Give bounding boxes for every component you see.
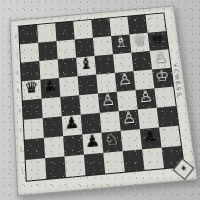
square-f3: ♙ — [119, 109, 140, 130]
square-c1 — [65, 155, 86, 177]
square-g8 — [127, 15, 147, 34]
square-c7 — [56, 39, 76, 59]
square-a5: ♛ — [22, 80, 42, 101]
square-g2: ♟ — [140, 127, 162, 149]
piece-black-pawn-g2: ♟ — [140, 128, 161, 146]
square-e5 — [96, 73, 117, 94]
square-e6 — [95, 54, 115, 74]
piece-black-pawn-c3: ♟ — [62, 115, 82, 133]
square-h3 — [157, 106, 179, 127]
brand-label: CHESS — [173, 69, 184, 98]
square-c8 — [55, 22, 74, 42]
rank-label-2: 2 — [17, 146, 25, 153]
square-f8 — [109, 17, 129, 36]
square-c3: ♟ — [62, 115, 83, 137]
square-h7: ♚ — [148, 31, 169, 51]
piece-white-king-h5: ♔ — [152, 68, 173, 85]
rank-label-1: 1 — [18, 166, 27, 173]
square-g6 — [131, 51, 152, 71]
rank-label-4: 4 — [15, 107, 23, 114]
piece-white-bishop-f7: ♗ — [111, 35, 131, 51]
square-a6 — [21, 61, 41, 81]
square-b1 — [45, 156, 66, 178]
square-h2 — [159, 126, 181, 148]
square-e3 — [100, 111, 121, 133]
chessboard: 87654321 ♗♕♚♝♙♛♟♙♔♙♙♟♙♟♘♟ ✦CHESS ✦ — [9, 5, 198, 196]
square-h8 — [145, 13, 165, 32]
square-b4 — [42, 97, 62, 118]
square-e1 — [103, 151, 124, 173]
square-d7 — [75, 38, 95, 58]
square-f7: ♗ — [111, 34, 131, 54]
square-a2 — [25, 138, 45, 160]
piece-white-pawn-f5: ♙ — [115, 71, 135, 88]
piece-black-pawn-b5: ♟ — [40, 78, 60, 95]
square-c5 — [59, 76, 79, 97]
board-grid: ♗♕♚♝♙♛♟♙♔♙♙♟♙♟♘♟ — [19, 13, 184, 180]
rank-label-3: 3 — [16, 126, 24, 133]
square-e8 — [91, 18, 111, 37]
piece-white-pawn-h6: ♙ — [150, 49, 170, 65]
square-a3 — [24, 118, 44, 140]
square-d3 — [81, 113, 102, 135]
square-d5 — [78, 75, 98, 96]
square-h6: ♙ — [150, 49, 171, 69]
square-b7 — [38, 41, 58, 61]
square-g1 — [142, 148, 164, 170]
square-d8 — [73, 20, 93, 40]
piece-white-knight-e2: ♘ — [101, 131, 122, 149]
piece-black-king-h7: ♚ — [148, 31, 168, 47]
square-a1 — [26, 158, 47, 180]
piece-white-pawn-f3: ♙ — [119, 110, 140, 128]
square-b2 — [44, 136, 65, 158]
square-f6 — [113, 53, 133, 73]
square-f2 — [121, 129, 142, 151]
square-e2: ♘ — [101, 131, 122, 153]
square-b6 — [39, 59, 59, 79]
piece-black-bishop-d6: ♝ — [76, 56, 96, 73]
piece-black-pawn-d2: ♟ — [82, 133, 103, 151]
square-a4 — [23, 99, 43, 120]
square-b5: ♟ — [40, 78, 60, 99]
piece-white-pawn-e4: ♙ — [98, 92, 118, 109]
square-a8 — [19, 25, 38, 45]
square-f5: ♙ — [115, 71, 136, 92]
square-e4: ♙ — [98, 92, 119, 113]
square-e7 — [93, 36, 113, 56]
square-c6 — [58, 58, 78, 78]
square-d6: ♝ — [76, 56, 96, 76]
square-f4 — [117, 90, 138, 111]
piece-black-queen-a5: ♛ — [22, 80, 42, 97]
piece-white-pawn-g4: ♙ — [136, 88, 157, 105]
square-g7: ♕ — [129, 33, 149, 53]
square-c4 — [60, 95, 80, 116]
square-g3 — [138, 108, 159, 129]
square-f1 — [123, 149, 145, 171]
square-h5: ♔ — [152, 68, 173, 89]
square-b3 — [43, 116, 63, 138]
square-a7 — [20, 43, 39, 63]
square-d2: ♟ — [82, 133, 103, 155]
piece-white-queen-g7: ♕ — [129, 33, 149, 49]
square-g5 — [133, 69, 154, 90]
photo-scene: 87654321 ♗♕♚♝♙♛♟♙♔♙♙♟♙♟♘♟ ✦CHESS ✦ — [0, 0, 200, 200]
square-d4 — [79, 94, 100, 115]
square-b8 — [37, 23, 56, 43]
square-d1 — [84, 153, 105, 175]
square-h4 — [154, 87, 175, 108]
square-c2 — [63, 134, 84, 156]
square-g4: ♙ — [136, 88, 157, 109]
